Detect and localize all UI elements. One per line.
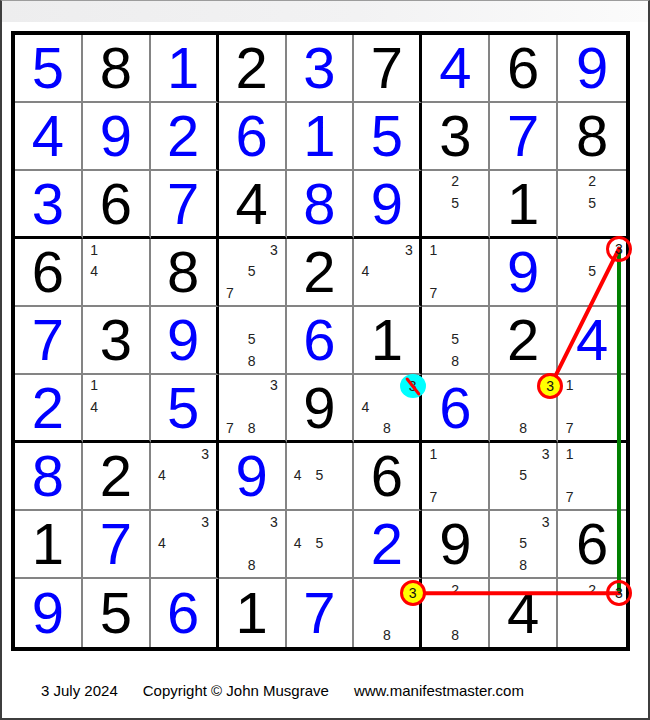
cell-r9c7[interactable]: 28 xyxy=(422,579,490,647)
candidate-digit: 2 xyxy=(588,583,596,597)
candidate-digit: 1 xyxy=(430,243,438,257)
candidate-digit: 7 xyxy=(430,286,438,300)
cell-r4c9[interactable]: 5 xyxy=(558,239,626,307)
candidate-digit: 5 xyxy=(316,468,324,482)
candidate-digit: 8 xyxy=(248,354,256,368)
cell-r4c8[interactable]: 9 xyxy=(490,239,558,307)
cell-r7c4[interactable]: 9 xyxy=(219,443,287,511)
candidate-digit: 5 xyxy=(248,332,256,346)
candidate-digit: 3 xyxy=(201,515,209,529)
solved-digit: 9 xyxy=(167,311,199,369)
solved-digit: 2 xyxy=(303,243,335,301)
candidate-digit: 4 xyxy=(294,468,302,482)
cell-r7c5[interactable]: 45 xyxy=(287,443,355,511)
solved-digit: 3 xyxy=(303,39,335,97)
cell-r4c4[interactable]: 357 xyxy=(219,239,287,307)
solved-digit: 6 xyxy=(439,379,471,437)
cell-r5c5[interactable]: 6 xyxy=(287,307,355,375)
cell-r4c2[interactable]: 14 xyxy=(83,239,151,307)
cell-r8c3[interactable]: 34 xyxy=(151,511,219,579)
candidate-digit: 7 xyxy=(430,490,438,504)
solved-digit: 2 xyxy=(167,107,199,165)
solved-digit: 5 xyxy=(100,584,132,642)
cell-r3c2[interactable]: 6 xyxy=(83,171,151,239)
candidate-digit: 5 xyxy=(588,264,596,278)
cell-r7c1[interactable]: 8 xyxy=(15,443,83,511)
cell-r8c7[interactable]: 9 xyxy=(422,511,490,579)
cell-r3c5[interactable]: 8 xyxy=(287,171,355,239)
cell-r2c6[interactable]: 5 xyxy=(354,103,422,171)
cell-r2c3[interactable]: 2 xyxy=(151,103,219,171)
cell-r9c8[interactable]: 4 xyxy=(490,579,558,647)
solved-digit: 2 xyxy=(507,311,539,369)
cell-r6c1[interactable]: 2 xyxy=(15,375,83,443)
page: 5812374694926153783674892512561483572341… xyxy=(0,0,650,720)
candidate-digit: 2 xyxy=(451,583,459,597)
solved-digit: 1 xyxy=(235,584,267,642)
solved-digit: 9 xyxy=(235,447,267,505)
solved-digit: 2 xyxy=(32,379,64,437)
cell-r8c1[interactable]: 1 xyxy=(15,511,83,579)
cell-r9c3[interactable]: 6 xyxy=(151,579,219,647)
solved-digit: 8 xyxy=(303,175,335,233)
cell-r9c2[interactable]: 5 xyxy=(83,579,151,647)
solved-digit: 4 xyxy=(507,584,539,642)
cell-r6c5[interactable]: 9 xyxy=(287,375,355,443)
cell-r1c2[interactable]: 8 xyxy=(83,35,151,103)
cell-r5c2[interactable]: 3 xyxy=(83,307,151,375)
cell-r8c6[interactable]: 2 xyxy=(354,511,422,579)
solved-digit: 6 xyxy=(100,175,132,233)
cell-r6c9[interactable]: 17 xyxy=(558,375,626,443)
candidate-digit: 4 xyxy=(294,536,302,550)
solved-digit: 6 xyxy=(235,107,267,165)
solved-digit: 8 xyxy=(32,447,64,505)
cell-r6c6[interactable]: 48 xyxy=(354,375,422,443)
cell-r3c4[interactable]: 4 xyxy=(219,171,287,239)
candidate-digit: 5 xyxy=(519,468,527,482)
candidate-digit: 7 xyxy=(566,421,574,435)
solved-digit: 5 xyxy=(167,379,199,437)
solved-digit: 7 xyxy=(100,515,132,573)
candidate-digit: 3 xyxy=(270,515,278,529)
candidate-digit: 1 xyxy=(566,447,574,461)
solved-digit: 3 xyxy=(100,311,132,369)
cell-r6c7[interactable]: 6 xyxy=(422,375,490,443)
cell-r3c9[interactable]: 25 xyxy=(558,171,626,239)
solved-digit: 6 xyxy=(303,311,335,369)
cell-r1c8[interactable]: 6 xyxy=(490,35,558,103)
solved-digit: 1 xyxy=(303,107,335,165)
window-topbar xyxy=(2,1,648,22)
candidate-digit: 8 xyxy=(519,558,527,572)
solved-digit: 1 xyxy=(507,175,539,233)
cell-r9c1[interactable]: 9 xyxy=(15,579,83,647)
solved-digit: 6 xyxy=(32,243,64,301)
cell-r6c2[interactable]: 14 xyxy=(83,375,151,443)
candidate-digit: 3 xyxy=(270,243,278,257)
footer-website[interactable]: www.manifestmaster.com xyxy=(354,682,524,699)
cell-r2c7[interactable]: 3 xyxy=(422,103,490,171)
solved-digit: 7 xyxy=(371,39,403,97)
solved-digit: 6 xyxy=(576,515,608,573)
solved-digit: 7 xyxy=(32,311,64,369)
cell-r9c6[interactable]: 8 xyxy=(354,579,422,647)
candidate-digit: 8 xyxy=(248,558,256,572)
cell-r2c5[interactable]: 1 xyxy=(287,103,355,171)
candidate-digit: 8 xyxy=(451,354,459,368)
candidate-digit: 5 xyxy=(588,196,596,210)
cell-r7c7[interactable]: 17 xyxy=(422,443,490,511)
cell-r2c1[interactable]: 4 xyxy=(15,103,83,171)
cell-r3c6[interactable]: 9 xyxy=(354,171,422,239)
solved-digit: 1 xyxy=(371,311,403,369)
cell-r9c9[interactable]: 2 xyxy=(558,579,626,647)
cell-r5c9[interactable]: 4 xyxy=(558,307,626,375)
candidate-digit: 1 xyxy=(430,447,438,461)
candidate-digit: 4 xyxy=(158,468,166,482)
candidate-digit: 5 xyxy=(316,536,324,550)
cell-r5c7[interactable]: 58 xyxy=(422,307,490,375)
candidate-digit: 3 xyxy=(542,515,550,529)
cell-r8c2[interactable]: 7 xyxy=(83,511,151,579)
cell-r8c4[interactable]: 38 xyxy=(219,511,287,579)
cell-r4c6[interactable]: 34 xyxy=(354,239,422,307)
cell-r7c2[interactable]: 2 xyxy=(83,443,151,511)
solved-digit: 1 xyxy=(167,39,199,97)
solved-digit: 9 xyxy=(576,39,608,97)
solved-digit: 8 xyxy=(167,243,199,301)
cell-r3c8[interactable]: 1 xyxy=(490,171,558,239)
solved-digit: 2 xyxy=(235,39,267,97)
candidate-digit: 4 xyxy=(158,536,166,550)
solved-digit: 9 xyxy=(32,584,64,642)
cell-r1c4[interactable]: 2 xyxy=(219,35,287,103)
cell-r2c8[interactable]: 7 xyxy=(490,103,558,171)
cell-r2c4[interactable]: 6 xyxy=(219,103,287,171)
cell-r1c3[interactable]: 1 xyxy=(151,35,219,103)
solved-digit: 2 xyxy=(371,515,403,573)
candidate-digit: 3 xyxy=(201,447,209,461)
solved-digit: 5 xyxy=(32,39,64,97)
candidate-digit: 5 xyxy=(248,264,256,278)
footer-copyright: Copyright © John Musgrave xyxy=(143,682,329,699)
solved-digit: 3 xyxy=(439,107,471,165)
cell-r4c3[interactable]: 8 xyxy=(151,239,219,307)
cell-r1c1[interactable]: 5 xyxy=(15,35,83,103)
solved-digit: 4 xyxy=(235,175,267,233)
cell-r4c1[interactable]: 6 xyxy=(15,239,83,307)
cell-r2c2[interactable]: 9 xyxy=(83,103,151,171)
cell-r5c1[interactable]: 7 xyxy=(15,307,83,375)
candidate-digit: 8 xyxy=(383,421,391,435)
footer: 3 July 2024Copyright © John Musgravewww.… xyxy=(41,682,524,699)
candidate-digit: 5 xyxy=(451,332,459,346)
cell-r7c6[interactable]: 6 xyxy=(354,443,422,511)
solved-digit: 7 xyxy=(167,175,199,233)
candidate-digit: 2 xyxy=(588,174,596,188)
cell-r8c5[interactable]: 45 xyxy=(287,511,355,579)
cell-r4c5[interactable]: 2 xyxy=(287,239,355,307)
solved-digit: 7 xyxy=(507,107,539,165)
solved-digit: 7 xyxy=(303,584,335,642)
cell-r3c1[interactable]: 3 xyxy=(15,171,83,239)
solved-digit: 9 xyxy=(439,515,471,573)
candidate-digit: 3 xyxy=(405,243,413,257)
solved-digit: 9 xyxy=(507,243,539,301)
candidate-digit: 8 xyxy=(248,421,256,435)
cell-r5c3[interactable]: 9 xyxy=(151,307,219,375)
candidate-digit: 4 xyxy=(362,400,370,414)
cell-r8c9[interactable]: 6 xyxy=(558,511,626,579)
candidate-digit: 5 xyxy=(519,536,527,550)
cell-r6c3[interactable]: 5 xyxy=(151,375,219,443)
cell-r6c4[interactable]: 378 xyxy=(219,375,287,443)
candidate-digit: 1 xyxy=(90,378,98,392)
candidate-digit: 7 xyxy=(226,286,234,300)
candidate-digit: 1 xyxy=(90,243,98,257)
candidate-digit: 7 xyxy=(226,421,234,435)
cell-r2c9[interactable]: 8 xyxy=(558,103,626,171)
candidate-digit: 8 xyxy=(383,628,391,642)
candidate-digit: 4 xyxy=(362,264,370,278)
solved-digit: 8 xyxy=(576,107,608,165)
cell-r8c8[interactable]: 358 xyxy=(490,511,558,579)
solved-digit: 5 xyxy=(371,107,403,165)
candidate-digit: 8 xyxy=(451,628,459,642)
solved-digit: 3 xyxy=(32,175,64,233)
solved-digit: 9 xyxy=(100,107,132,165)
cell-r1c9[interactable]: 9 xyxy=(558,35,626,103)
candidate-digit: 4 xyxy=(90,400,98,414)
cell-r5c8[interactable]: 2 xyxy=(490,307,558,375)
cell-r1c6[interactable]: 7 xyxy=(354,35,422,103)
solved-digit: 4 xyxy=(576,311,608,369)
cell-r9c4[interactable]: 1 xyxy=(219,579,287,647)
cell-r3c3[interactable]: 7 xyxy=(151,171,219,239)
solved-digit: 1 xyxy=(32,515,64,573)
candidate-digit: 5 xyxy=(451,196,459,210)
cell-r7c9[interactable]: 17 xyxy=(558,443,626,511)
candidate-digit: 3 xyxy=(542,447,550,461)
solved-digit: 8 xyxy=(100,39,132,97)
solved-digit: 4 xyxy=(32,107,64,165)
sudoku-board: 5812374694926153783674892512561483572341… xyxy=(11,31,630,651)
cell-r1c7[interactable]: 4 xyxy=(422,35,490,103)
solved-digit: 9 xyxy=(303,379,335,437)
solved-digit: 6 xyxy=(371,447,403,505)
cell-r7c8[interactable]: 35 xyxy=(490,443,558,511)
cell-r6c8[interactable]: 8 xyxy=(490,375,558,443)
solved-digit: 6 xyxy=(507,39,539,97)
candidate-digit: 1 xyxy=(566,378,574,392)
cell-r5c6[interactable]: 1 xyxy=(354,307,422,375)
candidate-digit: 4 xyxy=(90,264,98,278)
candidate-digit: 2 xyxy=(451,174,459,188)
candidate-digit: 3 xyxy=(270,378,278,392)
cell-r7c3[interactable]: 34 xyxy=(151,443,219,511)
solved-digit: 6 xyxy=(167,584,199,642)
solved-digit: 2 xyxy=(100,447,132,505)
footer-date: 3 July 2024 xyxy=(41,682,118,699)
candidate-digit: 8 xyxy=(519,421,527,435)
candidate-digit: 7 xyxy=(566,490,574,504)
cell-r3c7[interactable]: 25 xyxy=(422,171,490,239)
cell-r1c5[interactable]: 3 xyxy=(287,35,355,103)
cell-r5c4[interactable]: 58 xyxy=(219,307,287,375)
solved-digit: 4 xyxy=(439,39,471,97)
cell-r9c5[interactable]: 7 xyxy=(287,579,355,647)
solved-digit: 9 xyxy=(371,175,403,233)
cell-r4c7[interactable]: 17 xyxy=(422,239,490,307)
